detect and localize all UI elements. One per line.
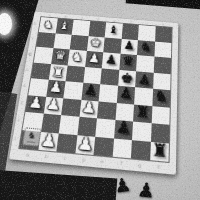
captured-black-pawn: ♟ [136,179,156,200]
coord-label: 3 [18,94,24,111]
square-f4: ♟ [116,86,135,104]
square-e8: ♝ [105,22,123,38]
square-d1: ♟ [75,135,95,155]
coord-label: 8 [32,17,37,32]
square-c4 [63,81,82,99]
coord-label: g [130,162,149,169]
white-pawn: ♟ [45,96,61,112]
square-e7 [103,37,121,54]
coord-label: 1 [12,129,18,148]
knight-icon: ♞ [27,131,37,141]
white-rook: ♜ [51,64,65,78]
square-c1 [56,133,77,153]
black-pawn: ♟ [105,53,118,66]
copyright-mark: © [28,52,33,57]
square-b7 [53,33,72,49]
coord-label: b [37,153,56,160]
square-g7: ♞ [137,40,155,57]
square-e3 [97,101,116,120]
coord-label: f [111,160,130,167]
square-d6: ♟ [85,51,104,68]
square-c3 [61,98,81,117]
square-c7 [70,34,88,51]
square-f2: ♟ [114,120,133,140]
black-king: ♚ [120,70,133,84]
coord-label: 2 [15,111,21,129]
square-e4 [99,84,118,102]
black-knight: ♞ [154,89,168,104]
square-h3 [151,106,170,125]
square-g6 [136,55,154,72]
square-g5: ♟ [135,71,153,89]
square-b3: ♟ [43,96,63,115]
logo-text-bars [27,141,36,143]
square-d3: ♟ [79,99,99,118]
square-g2 [132,122,151,142]
coord-label: 5 [24,62,30,78]
coord-label: c [55,155,74,162]
coord-label: e [93,158,112,165]
square-c8 [72,20,90,36]
square-b6: ♛ [51,48,70,65]
coord-label: d [74,156,93,163]
square-f7: ♟ [120,38,138,55]
square-h7 [154,41,171,58]
coord-label: 4 [21,78,27,95]
square-c6: ♞ [68,49,87,66]
square-e2 [95,118,115,138]
square-e1 [93,136,113,156]
white-pawn: ♟ [88,52,101,65]
black-pawn: ♟ [83,83,98,98]
captured-black-pawn: ♟ [113,175,133,196]
white-king: ♚ [90,37,102,49]
white-pawn: ♟ [39,130,57,149]
square-e5 [100,68,119,86]
black-pawn: ♟ [138,72,151,86]
coord-label: h [149,163,168,170]
black-knight: ♞ [140,41,151,53]
square-c2 [59,115,79,135]
shadow-top-right [126,0,200,11]
square-g3: ♜ [133,104,152,123]
square-h6 [153,56,171,73]
black-bishop: ♝ [108,24,119,35]
black-pawn: ♟ [119,86,133,101]
brand-knight-logo: ♞ [22,127,41,146]
white-knight: ♞ [71,51,84,64]
board-grid: ♞♝♝♚♟♞♛♞♟♟♛♜♚♟♟♟♟♞♟♟♟♜♟♟♟♜ [19,17,171,162]
white-bishop: ♝ [59,20,70,31]
board-margin: ♞♝♝♚♟♞♛♞♟♟♛♜♚♟♟♟♟♞♟♟♟♜♟♟♟♜ abcdefgh abcd… [9,12,178,175]
square-h1: ♜ [150,141,169,162]
black-queen: ♛ [122,55,135,68]
black-pawn: ♟ [123,40,135,52]
white-pawn: ♟ [76,134,94,153]
square-f6: ♛ [119,54,137,71]
chessboard-photo: ♞♝♝♚♟♞♛♞♟♟♛♜♚♟♟♟♟♞♟♟♟♜♟♟♟♜ abcdefgh abcd… [0,0,200,200]
black-rook: ♜ [135,104,150,121]
square-d7: ♚ [86,36,104,53]
white-pawn: ♟ [81,99,97,116]
square-e6: ♟ [102,52,120,69]
chess-board: ♞♝♝♚♟♞♛♞♟♟♛♜♚♟♟♟♟♞♟♟♟♜♟♟♟♜ abcdefgh abcd… [9,12,178,175]
white-pawn: ♟ [48,80,63,95]
square-g1 [131,140,151,160]
white-queen: ♛ [54,49,67,62]
square-h8 [155,26,172,42]
black-pawn: ♟ [115,119,131,137]
white-knight: ♞ [42,19,54,30]
shadow-bottom-left [0,170,117,200]
coord-label: 7 [30,31,35,46]
square-b8: ♝ [55,18,73,34]
coord-label: a [18,151,37,158]
square-h4: ♞ [152,89,170,108]
black-rook: ♜ [151,140,168,160]
white-pawn: ♟ [28,95,44,111]
square-f1 [112,138,132,158]
square-c5 [66,65,85,83]
